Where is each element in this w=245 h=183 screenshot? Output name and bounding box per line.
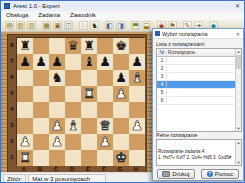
dialog-close-icon[interactable]: ✕	[236, 31, 240, 37]
square-e2[interactable]	[81, 134, 97, 150]
chess-board[interactable]: 87654321 ♜♛♜♚♟♟♟♝♟♟♞♟♝♜♟♟♝♛♟♟♟♟♜♚ ABCDEF…	[7, 34, 147, 174]
square-f8[interactable]	[97, 38, 113, 54]
scrollbar-thumb[interactable]	[236, 55, 241, 69]
square-c8[interactable]	[49, 38, 65, 54]
piece-black-rook[interactable]: ♜	[83, 38, 95, 54]
rank-label-6: 6	[8, 69, 16, 85]
square-h7[interactable]: ♟	[129, 54, 145, 70]
piece-black-pawn[interactable]: ♟	[115, 70, 127, 86]
square-h5[interactable]	[129, 86, 145, 102]
piece-white-pawn[interactable]: ♟	[19, 134, 31, 150]
scroll-down-icon[interactable]: ▼	[236, 126, 241, 131]
scroll-down-icon[interactable]: ▼	[236, 160, 241, 165]
square-f4[interactable]	[97, 102, 113, 118]
menu-zawodnik[interactable]: Zawodnik	[65, 11, 101, 20]
dialog-icon	[155, 31, 160, 36]
square-g2[interactable]	[113, 134, 129, 150]
square-b3[interactable]	[33, 118, 49, 134]
square-b6[interactable]	[33, 70, 49, 86]
rank-label-3: 3	[8, 117, 16, 133]
help-icon: ?	[207, 171, 213, 177]
square-g8[interactable]: ♚	[113, 38, 129, 54]
solution-row-5[interactable]: 5 1. Hxf7+ Kh8 2. Gg7+ Kxg7 3. Hf6#	[157, 89, 241, 97]
square-f1[interactable]	[97, 150, 113, 166]
full-solution-moves: 1. Hxf7+ Kxf7 2. Gc4+ Hd5 3. Gxd5#	[158, 154, 231, 160]
full-solution-label: Pełne rozwiązanie	[156, 132, 197, 137]
square-g4[interactable]	[113, 102, 129, 118]
square-c7[interactable]: ♟	[49, 54, 65, 70]
solution-row-3[interactable]: 3 1. Sd5+ exd5 2. Sg5+ hxg5 3. Hxf8#	[157, 73, 241, 81]
square-g6[interactable]: ♟	[113, 70, 129, 86]
solution-row-6[interactable]: 6 1. Hxf7+ Kh8 2. Gg5+ Kg7 3. Hf7#	[157, 97, 241, 105]
square-b2[interactable]	[33, 134, 49, 150]
solution-row-2[interactable]: 2 1. Sxc7+ Hxc7 2. Sc5+ Hxc5 3. Hxf8#	[157, 65, 241, 73]
help-button[interactable]: ? Pomoc	[201, 169, 239, 179]
printer-icon	[162, 171, 170, 177]
piece-white-pawn[interactable]: ♟	[51, 134, 63, 150]
scroll-up-icon[interactable]: ▲	[236, 140, 241, 145]
square-a6[interactable]	[17, 70, 33, 86]
solution-row-4-selected[interactable]: 4 1. Hxf7+ Kxf7 2. Gc4+ Hd5 3. Gxd5#	[157, 81, 241, 89]
square-a3[interactable]	[17, 118, 33, 134]
square-c3[interactable]: ♟	[49, 118, 65, 134]
task-next-icon[interactable]: ◨	[116, 21, 125, 30]
piece-white-pawn[interactable]: ♟	[99, 134, 111, 150]
square-g7[interactable]	[113, 54, 129, 70]
fullbox-scrollbar[interactable]: ▲ ▼	[235, 140, 241, 165]
square-b8[interactable]	[33, 38, 49, 54]
square-f5[interactable]	[97, 86, 113, 102]
square-c5[interactable]	[49, 86, 65, 102]
square-a4[interactable]	[17, 102, 33, 118]
square-c2[interactable]: ♟	[49, 134, 65, 150]
rank-label-2: 2	[8, 133, 16, 149]
app-icon	[4, 3, 10, 9]
setup-white-icon[interactable]: ♘	[79, 21, 88, 30]
dialog-title-bar: Wybór rozwiązania ✕	[153, 29, 243, 39]
menu-zadania[interactable]: Zadania	[33, 11, 65, 20]
square-c1[interactable]	[49, 150, 65, 166]
piece-black-pawn[interactable]: ♟	[19, 54, 31, 70]
square-a7[interactable]: ♟	[17, 54, 33, 70]
piece-black-pawn[interactable]: ♟	[99, 54, 111, 70]
square-b4[interactable]	[33, 102, 49, 118]
square-d4[interactable]	[65, 102, 81, 118]
piece-black-king[interactable]: ♚	[115, 38, 127, 54]
close-icon[interactable]: ✕	[235, 1, 240, 11]
scroll-up-icon[interactable]: ▲	[236, 49, 241, 54]
piece-black-bishop[interactable]: ♝	[83, 54, 95, 70]
piece-white-pawn[interactable]: ♟	[115, 86, 127, 102]
save-icon[interactable]: ▥	[27, 21, 36, 30]
piece-white-pawn[interactable]: ♟	[131, 118, 143, 134]
square-b5[interactable]	[33, 86, 49, 102]
rank-label-1: 1	[8, 149, 16, 165]
rank-label-5: 5	[8, 85, 16, 101]
piece-black-pawn[interactable]: ♟	[51, 54, 63, 70]
list-icon[interactable]: ▣	[53, 21, 62, 30]
board-icon[interactable]: ▦	[42, 21, 51, 30]
square-a5[interactable]	[17, 86, 33, 102]
window-title: Arest 1.0 - Expert	[13, 3, 60, 9]
setup-black-icon[interactable]: ♞	[90, 21, 99, 30]
piece-white-rook[interactable]: ♜	[19, 150, 31, 166]
square-d6[interactable]	[65, 70, 81, 86]
piece-black-rook[interactable]: ♜	[19, 38, 31, 54]
rank-label-4: 4	[8, 101, 16, 117]
square-h6[interactable]: ♝	[129, 70, 145, 86]
square-d5[interactable]	[65, 86, 81, 102]
piece-white-pawn[interactable]: ♟	[51, 118, 63, 134]
square-e5[interactable]: ♜	[81, 86, 97, 102]
new-icon[interactable]: ▤	[5, 21, 14, 30]
rank-labels: 87654321	[8, 37, 16, 165]
table-header: Nr Rozwiązanie	[157, 49, 241, 57]
rank-label-7: 7	[8, 53, 16, 69]
piece-white-rook[interactable]: ♜	[83, 86, 95, 102]
square-c6[interactable]: ♞	[49, 70, 65, 86]
piece-black-pawn[interactable]: ♟	[35, 54, 47, 70]
solution-row-1[interactable]: 1 1. Sc5+ Hxc5 2. Sxc7+ Hxc7 3. Hxf8#	[157, 57, 241, 65]
menu-obsluga[interactable]: Obsługa	[1, 11, 33, 20]
square-f3[interactable]: ♛	[97, 118, 113, 134]
square-e4[interactable]	[81, 102, 97, 118]
status-collection: Zbiór:	[3, 174, 26, 183]
square-f7[interactable]: ♟	[97, 54, 113, 70]
square-h2[interactable]	[129, 134, 145, 150]
piece-white-king[interactable]: ♚	[115, 150, 127, 166]
square-g5[interactable]: ♟	[113, 86, 129, 102]
square-a1[interactable]: ♜	[17, 150, 33, 166]
print-icon[interactable]: ◫	[64, 21, 73, 30]
square-g1[interactable]: ♚	[113, 150, 129, 166]
square-b7[interactable]: ♟	[33, 54, 49, 70]
square-h4[interactable]	[129, 102, 145, 118]
square-h1[interactable]	[129, 150, 145, 166]
app-window: Arest 1.0 - Expert ✕ Obsługa Zadania Zaw…	[0, 0, 245, 183]
square-g3[interactable]	[113, 118, 129, 134]
solution-dialog: Wybór rozwiązania ✕ Lista z rozwiązaniam…	[152, 28, 244, 181]
square-b1[interactable]	[33, 150, 49, 166]
rank-label-8: 8	[8, 37, 16, 53]
open-icon[interactable]: ▧	[16, 21, 25, 30]
square-f2[interactable]: ♟	[97, 134, 113, 150]
square-e3[interactable]	[81, 118, 97, 134]
square-e6[interactable]	[81, 70, 97, 86]
square-h8[interactable]	[129, 38, 145, 54]
column-solution: Rozwiązanie	[168, 50, 195, 56]
solutions-table: Nr Rozwiązanie 1 1. Sc5+ Hxc5 2. Sxc7+ H…	[156, 48, 242, 132]
piece-black-queen[interactable]: ♛	[67, 38, 79, 54]
square-d8[interactable]: ♛	[65, 38, 81, 54]
square-h3[interactable]: ♟	[129, 118, 145, 134]
status-task-type: Mat w 3 posunięciach	[28, 174, 106, 183]
solutions-list-label: Lista z rozwiązaniami	[156, 41, 230, 46]
hint-icon[interactable]: ⬓	[142, 21, 151, 30]
column-nr: Nr	[158, 50, 167, 56]
print-button[interactable]: Drukuj	[157, 169, 195, 179]
full-solution-box: Rozwiązanie zadania 4: 1. Hxf7+ Kxf7 2. …	[156, 139, 242, 166]
piece-black-pawn[interactable]: ♟	[131, 54, 143, 70]
piece-white-queen[interactable]: ♛	[99, 118, 111, 134]
piece-black-knight[interactable]: ♞	[51, 70, 63, 86]
square-d7[interactable]	[65, 54, 81, 70]
check-icon[interactable]: ⬒	[131, 21, 140, 30]
square-d1[interactable]	[65, 150, 81, 166]
piece-white-bishop[interactable]: ♝	[131, 70, 143, 86]
square-a8[interactable]: ♜	[17, 38, 33, 54]
square-e1[interactable]	[81, 150, 97, 166]
square-e8[interactable]: ♜	[81, 38, 97, 54]
square-e7[interactable]: ♝	[81, 54, 97, 70]
piece-white-bishop[interactable]: ♝	[67, 118, 79, 134]
square-d2[interactable]	[65, 134, 81, 150]
square-f6[interactable]	[97, 70, 113, 86]
square-c4[interactable]	[49, 102, 65, 118]
dialog-title: Wybór rozwiązania	[162, 31, 208, 36]
table-scrollbar[interactable]: ▲ ▼	[235, 49, 241, 131]
square-a2[interactable]: ♟	[17, 134, 33, 150]
task-prev-icon[interactable]: ◧	[105, 21, 114, 30]
square-d3[interactable]: ♝	[65, 118, 81, 134]
